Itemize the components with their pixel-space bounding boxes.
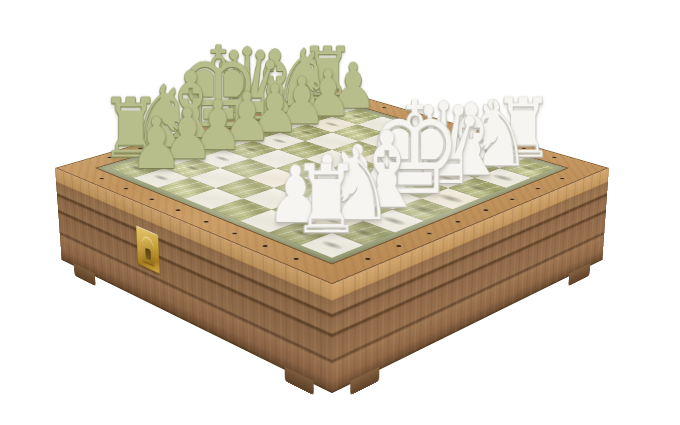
rim-pin — [365, 258, 370, 260]
rim-pin — [427, 233, 432, 235]
rim-pin — [263, 245, 268, 247]
brass-latch — [136, 225, 160, 274]
rim-pin — [510, 198, 515, 200]
rim-pin — [204, 221, 209, 223]
rim-pin — [124, 188, 129, 189]
rim-pin — [294, 258, 299, 260]
square-h4 — [211, 198, 271, 220]
rim-pin — [483, 209, 488, 211]
product-photo-scene: ♜♞♝♛♚♝♞♜♟♟♟♟♟♟♟♟♟♟♟♟♟♟♟♟♜♞♝♛♚♝♞♜ — [0, 0, 680, 425]
rim-pin — [535, 188, 540, 189]
rim-pin — [358, 100, 362, 101]
box-foot — [350, 367, 379, 396]
rim-pin — [252, 115, 256, 116]
rim-pin — [397, 245, 402, 247]
rim-pin — [149, 198, 154, 200]
piece-glyph: ♟ — [130, 108, 183, 180]
rim-pin — [303, 100, 307, 101]
piece-glyph: ♜ — [291, 153, 361, 248]
box-foot — [285, 367, 314, 396]
box-foot — [74, 263, 96, 286]
rim-pin — [99, 178, 104, 179]
square-g5 — [216, 178, 274, 199]
box-foot — [568, 263, 590, 286]
rim-pin — [232, 233, 237, 235]
rim-pin — [176, 209, 181, 211]
rim-pin — [560, 178, 565, 179]
square-h5 — [184, 188, 243, 209]
rim-pin — [225, 123, 229, 124]
latch-hasp — [141, 234, 154, 266]
chess-box: ♜♞♝♛♚♝♞♜♟♟♟♟♟♟♟♟♟♟♟♟♟♟♟♟♜♞♝♛♚♝♞♜ — [55, 88, 609, 284]
rim-pin — [456, 221, 461, 223]
rim-pin — [278, 107, 282, 108]
